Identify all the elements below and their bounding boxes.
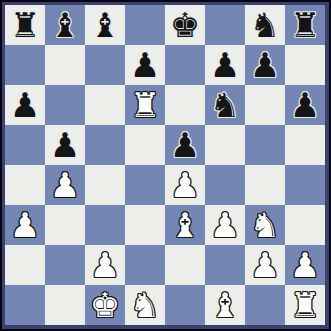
square-e6[interactable] [165,85,205,125]
square-d8[interactable] [125,5,165,45]
black-knight[interactable]: ♞ [250,5,280,45]
square-e7[interactable] [165,45,205,85]
square-a7[interactable] [5,45,45,85]
square-c1[interactable]: ♚ [85,285,125,325]
white-pawn[interactable]: ♟ [170,165,200,205]
square-a4[interactable] [5,165,45,205]
square-b4[interactable]: ♟ [45,165,85,205]
square-a6[interactable]: ♟ [5,85,45,125]
square-g1[interactable] [245,285,285,325]
chess-board-window: ♜♝♝♚♞♜♟♟♟♟♜♞♟♟♟♟♟♟♝♟♞♟♟♟♚♞♝♜ [0,0,331,331]
square-h8[interactable]: ♜ [285,5,325,45]
square-e3[interactable]: ♝ [165,205,205,245]
square-b5[interactable]: ♟ [45,125,85,165]
square-b2[interactable] [45,245,85,285]
square-d1[interactable]: ♞ [125,285,165,325]
square-c7[interactable] [85,45,125,85]
black-pawn[interactable]: ♟ [290,85,320,125]
square-c2[interactable]: ♟ [85,245,125,285]
square-d4[interactable] [125,165,165,205]
square-a5[interactable] [5,125,45,165]
black-pawn[interactable]: ♟ [250,45,280,85]
white-knight[interactable]: ♞ [130,285,160,325]
square-a8[interactable]: ♜ [5,5,45,45]
white-pawn[interactable]: ♟ [50,165,80,205]
square-h3[interactable] [285,205,325,245]
square-f7[interactable]: ♟ [205,45,245,85]
white-bishop[interactable]: ♝ [170,205,200,245]
square-g4[interactable] [245,165,285,205]
square-c8[interactable]: ♝ [85,5,125,45]
square-g6[interactable] [245,85,285,125]
square-h4[interactable] [285,165,325,205]
square-e2[interactable] [165,245,205,285]
square-d5[interactable] [125,125,165,165]
square-b7[interactable] [45,45,85,85]
black-knight[interactable]: ♞ [210,85,240,125]
chess-board: ♜♝♝♚♞♜♟♟♟♟♜♞♟♟♟♟♟♟♝♟♞♟♟♟♚♞♝♜ [5,5,325,325]
white-pawn[interactable]: ♟ [250,245,280,285]
square-c4[interactable] [85,165,125,205]
square-f1[interactable]: ♝ [205,285,245,325]
square-b6[interactable] [45,85,85,125]
black-king[interactable]: ♚ [170,5,200,45]
white-pawn[interactable]: ♟ [290,245,320,285]
black-pawn[interactable]: ♟ [10,85,40,125]
square-f4[interactable] [205,165,245,205]
white-pawn[interactable]: ♟ [10,205,40,245]
black-rook[interactable]: ♜ [10,5,40,45]
square-h6[interactable]: ♟ [285,85,325,125]
square-h2[interactable]: ♟ [285,245,325,285]
white-king[interactable]: ♚ [90,285,120,325]
black-bishop[interactable]: ♝ [50,5,80,45]
black-bishop[interactable]: ♝ [90,5,120,45]
square-e8[interactable]: ♚ [165,5,205,45]
white-bishop[interactable]: ♝ [210,285,240,325]
square-e1[interactable] [165,285,205,325]
square-g5[interactable] [245,125,285,165]
white-pawn[interactable]: ♟ [210,205,240,245]
square-d3[interactable] [125,205,165,245]
white-rook[interactable]: ♜ [130,85,160,125]
black-pawn[interactable]: ♟ [130,45,160,85]
square-d2[interactable] [125,245,165,285]
square-f5[interactable] [205,125,245,165]
square-c5[interactable] [85,125,125,165]
square-a3[interactable]: ♟ [5,205,45,245]
white-knight[interactable]: ♞ [250,205,280,245]
square-b8[interactable]: ♝ [45,5,85,45]
square-c6[interactable] [85,85,125,125]
square-h7[interactable] [285,45,325,85]
square-h1[interactable]: ♜ [285,285,325,325]
square-g2[interactable]: ♟ [245,245,285,285]
black-pawn[interactable]: ♟ [50,125,80,165]
white-rook[interactable]: ♜ [290,285,320,325]
square-g3[interactable]: ♞ [245,205,285,245]
square-a2[interactable] [5,245,45,285]
square-g8[interactable]: ♞ [245,5,285,45]
square-b1[interactable] [45,285,85,325]
square-f2[interactable] [205,245,245,285]
black-rook[interactable]: ♜ [290,5,320,45]
square-g7[interactable]: ♟ [245,45,285,85]
square-f8[interactable] [205,5,245,45]
square-f6[interactable]: ♞ [205,85,245,125]
square-a1[interactable] [5,285,45,325]
square-d7[interactable]: ♟ [125,45,165,85]
square-d6[interactable]: ♜ [125,85,165,125]
square-e5[interactable]: ♟ [165,125,205,165]
square-e4[interactable]: ♟ [165,165,205,205]
black-pawn[interactable]: ♟ [210,45,240,85]
square-h5[interactable] [285,125,325,165]
white-pawn[interactable]: ♟ [90,245,120,285]
square-b3[interactable] [45,205,85,245]
black-pawn[interactable]: ♟ [170,125,200,165]
square-c3[interactable] [85,205,125,245]
square-f3[interactable]: ♟ [205,205,245,245]
